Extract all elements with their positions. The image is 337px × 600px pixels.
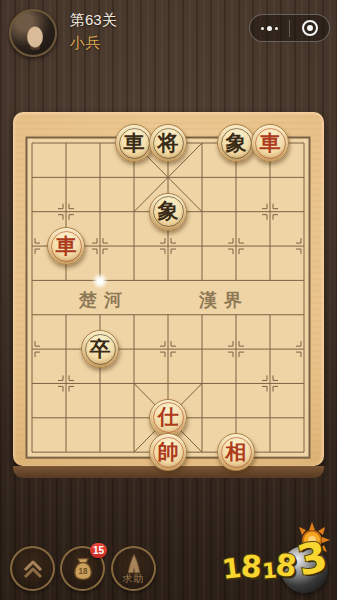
piece-red-elephant[interactable]: 相 xyxy=(217,433,255,471)
sphere-decoration xyxy=(281,546,328,593)
piece-red-chariot[interactable]: 車 xyxy=(47,227,85,265)
piece-character: 帥 xyxy=(158,441,179,462)
xiangqi-board[interactable]: 楚河 漢界 車将象車象車卒仕帥相 xyxy=(13,112,324,466)
help-button-label: 求助 xyxy=(113,572,154,586)
svg-text:18: 18 xyxy=(78,567,88,576)
exit-circle-icon xyxy=(302,20,318,36)
coins-button[interactable]: 18 15 xyxy=(60,546,105,591)
piece-red-chariot[interactable]: 車 xyxy=(251,124,289,162)
piece-character: 卒 xyxy=(90,338,111,359)
piece-character: 車 xyxy=(260,132,281,153)
coin-count-badge: 15 xyxy=(90,543,107,558)
piece-character: 車 xyxy=(124,132,145,153)
more-options-button[interactable] xyxy=(250,15,289,41)
collapse-button[interactable] xyxy=(10,546,55,591)
piece-character: 仕 xyxy=(158,406,179,427)
level-title: 第63关 xyxy=(70,12,117,27)
chevron-up-icon xyxy=(18,554,48,584)
game-screen: 第63关 小兵 楚河 漢界 車将象車象車卒仕帥相 xyxy=(0,0,337,600)
watermark-digit: 3 xyxy=(293,532,332,586)
piece-red-advisor[interactable]: 仕 xyxy=(149,399,187,437)
sun-icon xyxy=(293,521,331,559)
player-avatar xyxy=(9,9,57,57)
money-bag-icon: 18 xyxy=(69,555,97,583)
exit-button[interactable] xyxy=(290,15,329,41)
piece-character: 象 xyxy=(226,132,247,153)
watermark-digit: 8 xyxy=(239,548,262,584)
move-highlight-dot xyxy=(92,273,108,289)
piece-black-elephant[interactable]: 象 xyxy=(217,124,255,162)
help-button[interactable]: 求助 xyxy=(111,546,156,591)
watermark-digit: 1 xyxy=(221,552,243,585)
more-dots-icon xyxy=(261,26,278,31)
piece-character: 象 xyxy=(158,200,179,221)
header: 第63关 小兵 xyxy=(0,0,337,64)
piece-layer: 車将象車象車卒仕帥相 xyxy=(15,126,321,470)
piece-black-general[interactable]: 将 xyxy=(149,124,187,162)
watermark-digit: 8 xyxy=(274,547,298,584)
piece-character: 車 xyxy=(56,235,77,256)
piece-red-general[interactable]: 帥 xyxy=(149,433,187,471)
watermark-18183: 18183 xyxy=(220,521,332,595)
miniprogram-capsule xyxy=(249,14,330,42)
piece-black-elephant[interactable]: 象 xyxy=(149,193,187,231)
watermark-digit: 1 xyxy=(261,559,277,584)
level-subtitle: 小兵 xyxy=(70,35,117,50)
piece-black-chariot[interactable]: 車 xyxy=(115,124,153,162)
piece-character: 将 xyxy=(158,132,179,153)
piece-character: 相 xyxy=(226,441,247,462)
watermark-digits: 18183 xyxy=(222,536,327,585)
piece-black-soldier[interactable]: 卒 xyxy=(81,330,119,368)
level-info: 第63关 小兵 xyxy=(70,12,117,50)
